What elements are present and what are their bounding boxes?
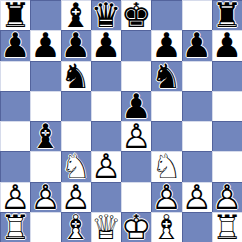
square-c2[interactable]: ♙ xyxy=(61,182,91,212)
piece-black-pawn[interactable]: ♟ xyxy=(91,30,121,60)
square-c7[interactable]: ♟ xyxy=(61,30,91,60)
square-g3[interactable] xyxy=(182,151,212,181)
square-g5[interactable] xyxy=(182,91,212,121)
square-e2[interactable] xyxy=(121,182,151,212)
square-e3[interactable] xyxy=(121,151,151,181)
square-h6[interactable] xyxy=(212,61,242,91)
piece-white-knight[interactable]: ♘ xyxy=(61,151,91,181)
square-c4[interactable] xyxy=(61,121,91,151)
square-a5[interactable] xyxy=(0,91,30,121)
piece-black-queen[interactable]: ♛ xyxy=(91,0,121,30)
square-d3[interactable]: ♙ xyxy=(91,151,121,181)
piece-black-pawn[interactable]: ♟ xyxy=(121,91,151,121)
piece-white-pawn[interactable]: ♙ xyxy=(30,182,60,212)
square-g6[interactable] xyxy=(182,61,212,91)
piece-black-pawn[interactable]: ♟ xyxy=(151,30,181,60)
square-h2[interactable]: ♙ xyxy=(212,182,242,212)
square-d6[interactable] xyxy=(91,61,121,91)
piece-black-bishop[interactable]: ♝ xyxy=(61,0,91,30)
square-g2[interactable]: ♙ xyxy=(182,182,212,212)
square-b2[interactable]: ♙ xyxy=(30,182,60,212)
square-h8[interactable]: ♜ xyxy=(212,0,242,30)
square-d5[interactable] xyxy=(91,91,121,121)
piece-black-pawn[interactable]: ♟ xyxy=(182,30,212,60)
square-f4[interactable] xyxy=(151,121,181,151)
square-b4[interactable]: ♝ xyxy=(30,121,60,151)
piece-black-rook[interactable]: ♜ xyxy=(0,0,30,30)
square-e7[interactable] xyxy=(121,30,151,60)
square-f5[interactable] xyxy=(151,91,181,121)
square-d4[interactable] xyxy=(91,121,121,151)
piece-black-knight[interactable]: ♞ xyxy=(61,61,91,91)
square-e1[interactable]: ♔ xyxy=(121,212,151,242)
piece-black-knight[interactable]: ♞ xyxy=(151,61,181,91)
square-f3[interactable]: ♘ xyxy=(151,151,181,181)
square-c8[interactable]: ♝ xyxy=(61,0,91,30)
square-f2[interactable]: ♙ xyxy=(151,182,181,212)
piece-black-pawn[interactable]: ♟ xyxy=(212,30,242,60)
square-h5[interactable] xyxy=(212,91,242,121)
square-g1[interactable] xyxy=(182,212,212,242)
square-h7[interactable]: ♟ xyxy=(212,30,242,60)
square-h1[interactable]: ♖ xyxy=(212,212,242,242)
square-a7[interactable]: ♟ xyxy=(0,30,30,60)
square-g4[interactable] xyxy=(182,121,212,151)
piece-white-rook[interactable]: ♖ xyxy=(0,212,30,242)
square-b8[interactable] xyxy=(30,0,60,30)
square-g7[interactable]: ♟ xyxy=(182,30,212,60)
square-d7[interactable]: ♟ xyxy=(91,30,121,60)
piece-white-pawn[interactable]: ♙ xyxy=(182,182,212,212)
square-e6[interactable] xyxy=(121,61,151,91)
square-h4[interactable] xyxy=(212,121,242,151)
square-c1[interactable]: ♗ xyxy=(61,212,91,242)
square-b3[interactable] xyxy=(30,151,60,181)
square-a2[interactable]: ♙ xyxy=(0,182,30,212)
square-d2[interactable] xyxy=(91,182,121,212)
square-b6[interactable] xyxy=(30,61,60,91)
piece-black-bishop[interactable]: ♝ xyxy=(30,121,60,151)
square-a1[interactable]: ♖ xyxy=(0,212,30,242)
square-d1[interactable]: ♕ xyxy=(91,212,121,242)
square-c3[interactable]: ♘ xyxy=(61,151,91,181)
square-c5[interactable] xyxy=(61,91,91,121)
piece-black-pawn[interactable]: ♟ xyxy=(30,30,60,60)
piece-white-bishop[interactable]: ♗ xyxy=(151,212,181,242)
square-f8[interactable] xyxy=(151,0,181,30)
piece-white-bishop[interactable]: ♗ xyxy=(61,212,91,242)
piece-white-king[interactable]: ♔ xyxy=(121,212,151,242)
square-c6[interactable]: ♞ xyxy=(61,61,91,91)
piece-black-rook[interactable]: ♜ xyxy=(212,0,242,30)
piece-white-pawn[interactable]: ♙ xyxy=(121,121,151,151)
square-e5[interactable]: ♟ xyxy=(121,91,151,121)
piece-white-pawn[interactable]: ♙ xyxy=(91,151,121,181)
piece-black-pawn[interactable]: ♟ xyxy=(61,30,91,60)
square-a4[interactable] xyxy=(0,121,30,151)
chess-board: ♜♝♛♚♜♟♟♟♟♟♟♟♞♞♟♝♙♘♙♘♙♙♙♙♙♙♖♗♕♔♗♖ xyxy=(0,0,242,242)
piece-white-knight[interactable]: ♘ xyxy=(151,151,181,181)
square-a3[interactable] xyxy=(0,151,30,181)
square-e8[interactable]: ♚ xyxy=(121,0,151,30)
square-f7[interactable]: ♟ xyxy=(151,30,181,60)
square-b1[interactable] xyxy=(30,212,60,242)
square-b7[interactable]: ♟ xyxy=(30,30,60,60)
piece-white-rook[interactable]: ♖ xyxy=(212,212,242,242)
square-b5[interactable] xyxy=(30,91,60,121)
piece-white-pawn[interactable]: ♙ xyxy=(61,182,91,212)
piece-white-pawn[interactable]: ♙ xyxy=(0,182,30,212)
piece-black-pawn[interactable]: ♟ xyxy=(0,30,30,60)
square-a6[interactable] xyxy=(0,61,30,91)
piece-white-pawn[interactable]: ♙ xyxy=(212,182,242,212)
square-d8[interactable]: ♛ xyxy=(91,0,121,30)
square-a8[interactable]: ♜ xyxy=(0,0,30,30)
square-f6[interactable]: ♞ xyxy=(151,61,181,91)
square-g8[interactable] xyxy=(182,0,212,30)
piece-white-pawn[interactable]: ♙ xyxy=(151,182,181,212)
piece-white-queen[interactable]: ♕ xyxy=(91,212,121,242)
square-f1[interactable]: ♗ xyxy=(151,212,181,242)
piece-black-king[interactable]: ♚ xyxy=(121,0,151,30)
square-e4[interactable]: ♙ xyxy=(121,121,151,151)
square-h3[interactable] xyxy=(212,151,242,181)
